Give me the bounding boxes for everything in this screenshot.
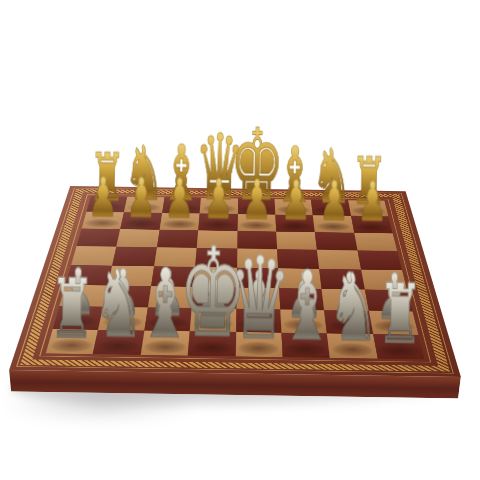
photo-canvas: ♜♞♝♛♚♝♞♜♟♟♟♟♟♟♟♟♟♟♟♟♟♟♟♟♜♞♝♚♛♝♞♜: [0, 0, 480, 480]
gold-pawn-glyph[interactable]: ♟: [319, 176, 350, 228]
silver-knight-glyph[interactable]: ♞: [327, 264, 380, 353]
scene: ♜♞♝♛♚♝♞♜♟♟♟♟♟♟♟♟♟♟♟♟♟♟♟♟♜♞♝♚♛♝♞♜: [0, 0, 480, 480]
square-a6[interactable]: [77, 228, 121, 246]
chess-board[interactable]: ♜♞♝♛♚♝♞♜♟♟♟♟♟♟♟♟♟♟♟♟♟♟♟♟♜♞♝♚♛♝♞♜: [9, 186, 461, 377]
piece-silver-knight-g1[interactable]: ♞: [327, 333, 377, 358]
gold-pawn-glyph[interactable]: ♟: [87, 172, 118, 224]
gold-pawn-glyph[interactable]: ♟: [280, 175, 311, 227]
gold-pawn-glyph[interactable]: ♟: [203, 174, 234, 226]
gold-pawn-glyph[interactable]: ♟: [126, 173, 157, 225]
piece-gold-pawn-f7[interactable]: ♟: [275, 215, 315, 232]
silver-rook-glyph[interactable]: ♜: [377, 275, 424, 353]
board-grid[interactable]: ♜♞♝♛♚♝♞♜♟♟♟♟♟♟♟♟♟♟♟♟♟♟♟♟♜♞♝♚♛♝♞♜: [46, 196, 425, 359]
gold-pawn-glyph[interactable]: ♟: [242, 175, 273, 227]
gold-pawn-glyph[interactable]: ♟: [357, 176, 388, 228]
silver-rook-glyph[interactable]: ♜: [48, 270, 95, 348]
square-h6[interactable]: [354, 233, 397, 251]
silver-king-glyph[interactable]: ♚: [178, 235, 248, 353]
gold-pawn-glyph[interactable]: ♟: [164, 173, 195, 225]
board-edge: [9, 370, 461, 399]
piece-gold-pawn-g7[interactable]: ♟: [313, 215, 354, 232]
piece-gold-pawn-h7[interactable]: ♟: [351, 216, 393, 233]
